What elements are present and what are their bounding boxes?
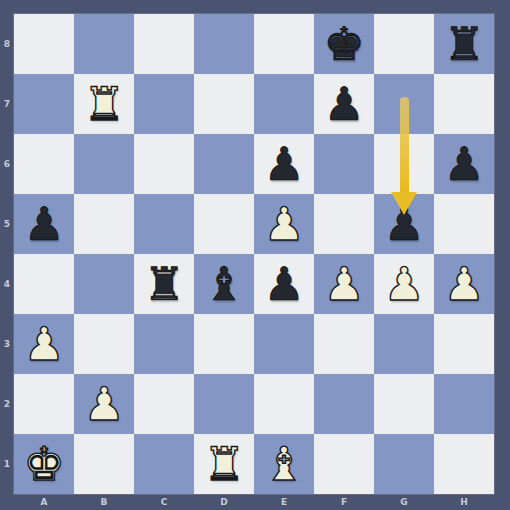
file-label-d: D <box>194 494 254 510</box>
square-c6[interactable] <box>134 134 194 194</box>
square-a8[interactable] <box>14 14 74 74</box>
square-f4[interactable]: ♟ <box>314 254 374 314</box>
piece-white-bishop[interactable]: ♝ <box>263 434 304 494</box>
piece-black-pawn[interactable]: ♟ <box>263 134 304 194</box>
file-label-e: E <box>254 494 314 510</box>
square-e1[interactable]: ♝ <box>254 434 314 494</box>
square-a2[interactable] <box>14 374 74 434</box>
square-h1[interactable] <box>434 434 494 494</box>
piece-white-pawn[interactable]: ♟ <box>83 374 124 434</box>
square-d1[interactable]: ♜ <box>194 434 254 494</box>
square-f2[interactable] <box>314 374 374 434</box>
square-h2[interactable] <box>434 374 494 434</box>
square-d5[interactable] <box>194 194 254 254</box>
file-label-g: G <box>374 494 434 510</box>
file-label-f: F <box>314 494 374 510</box>
square-f6[interactable] <box>314 134 374 194</box>
square-b1[interactable] <box>74 434 134 494</box>
square-f3[interactable] <box>314 314 374 374</box>
file-label-b: B <box>74 494 134 510</box>
square-f8[interactable]: ♚ <box>314 14 374 74</box>
rank-label-8: 8 <box>0 14 14 74</box>
piece-black-pawn[interactable]: ♟ <box>263 254 304 314</box>
square-g4[interactable]: ♟ <box>374 254 434 314</box>
square-g2[interactable] <box>374 374 434 434</box>
piece-black-rook[interactable]: ♜ <box>143 254 184 314</box>
square-e6[interactable]: ♟ <box>254 134 314 194</box>
square-b2[interactable]: ♟ <box>74 374 134 434</box>
piece-black-pawn[interactable]: ♟ <box>443 134 484 194</box>
piece-white-pawn[interactable]: ♟ <box>443 254 484 314</box>
square-a3[interactable]: ♟ <box>14 314 74 374</box>
piece-white-pawn[interactable]: ♟ <box>383 254 424 314</box>
square-h5[interactable] <box>434 194 494 254</box>
square-d7[interactable] <box>194 74 254 134</box>
square-a7[interactable] <box>14 74 74 134</box>
square-e7[interactable] <box>254 74 314 134</box>
square-c1[interactable] <box>134 434 194 494</box>
square-h3[interactable] <box>434 314 494 374</box>
square-b6[interactable] <box>74 134 134 194</box>
square-c5[interactable] <box>134 194 194 254</box>
square-b8[interactable] <box>74 14 134 74</box>
square-c8[interactable] <box>134 14 194 74</box>
file-label-c: C <box>134 494 194 510</box>
square-e4[interactable]: ♟ <box>254 254 314 314</box>
square-c4[interactable]: ♜ <box>134 254 194 314</box>
square-a5[interactable]: ♟ <box>14 194 74 254</box>
square-e3[interactable] <box>254 314 314 374</box>
square-d2[interactable] <box>194 374 254 434</box>
rank-label-7: 7 <box>0 74 14 134</box>
square-a6[interactable] <box>14 134 74 194</box>
piece-white-pawn[interactable]: ♟ <box>23 314 64 374</box>
square-d6[interactable] <box>194 134 254 194</box>
square-h8[interactable]: ♜ <box>434 14 494 74</box>
move-arrow-head <box>391 192 417 215</box>
rank-label-6: 6 <box>0 134 14 194</box>
piece-black-rook[interactable]: ♜ <box>443 14 484 74</box>
square-d8[interactable] <box>194 14 254 74</box>
square-a1[interactable]: ♚ <box>14 434 74 494</box>
square-d3[interactable] <box>194 314 254 374</box>
square-f1[interactable] <box>314 434 374 494</box>
square-g8[interactable] <box>374 14 434 74</box>
piece-black-pawn[interactable]: ♟ <box>23 194 64 254</box>
square-h4[interactable]: ♟ <box>434 254 494 314</box>
piece-black-king[interactable]: ♚ <box>323 14 364 74</box>
square-e5[interactable]: ♟ <box>254 194 314 254</box>
rank-label-4: 4 <box>0 254 14 314</box>
square-b7[interactable]: ♜ <box>74 74 134 134</box>
file-label-h: H <box>434 494 494 510</box>
square-g1[interactable] <box>374 434 434 494</box>
square-e8[interactable] <box>254 14 314 74</box>
square-h6[interactable]: ♟ <box>434 134 494 194</box>
piece-white-pawn[interactable]: ♟ <box>323 254 364 314</box>
piece-white-rook[interactable]: ♜ <box>203 434 244 494</box>
piece-white-rook[interactable]: ♜ <box>83 74 124 134</box>
square-b3[interactable] <box>74 314 134 374</box>
chess-board-frame: ♚♜♜♟♟♟♟♟♟♜♝♟♟♟♟♟♟♚♜♝ 87654321ABCDEFGH <box>0 0 510 510</box>
square-c7[interactable] <box>134 74 194 134</box>
square-a4[interactable] <box>14 254 74 314</box>
square-f7[interactable]: ♟ <box>314 74 374 134</box>
piece-white-pawn[interactable]: ♟ <box>263 194 304 254</box>
rank-label-3: 3 <box>0 314 14 374</box>
square-f5[interactable] <box>314 194 374 254</box>
square-e2[interactable] <box>254 374 314 434</box>
square-g3[interactable] <box>374 314 434 374</box>
rank-label-2: 2 <box>0 374 14 434</box>
piece-black-bishop[interactable]: ♝ <box>203 254 244 314</box>
piece-white-king[interactable]: ♚ <box>23 434 64 494</box>
file-label-a: A <box>14 494 74 510</box>
rank-label-1: 1 <box>0 434 14 494</box>
square-c2[interactable] <box>134 374 194 434</box>
move-arrow-shaft <box>400 97 409 192</box>
square-c3[interactable] <box>134 314 194 374</box>
square-h7[interactable] <box>434 74 494 134</box>
square-d4[interactable]: ♝ <box>194 254 254 314</box>
square-b5[interactable] <box>74 194 134 254</box>
chess-board: ♚♜♜♟♟♟♟♟♟♜♝♟♟♟♟♟♟♚♜♝ <box>14 14 494 494</box>
square-b4[interactable] <box>74 254 134 314</box>
rank-label-5: 5 <box>0 194 14 254</box>
piece-black-pawn[interactable]: ♟ <box>323 74 364 134</box>
